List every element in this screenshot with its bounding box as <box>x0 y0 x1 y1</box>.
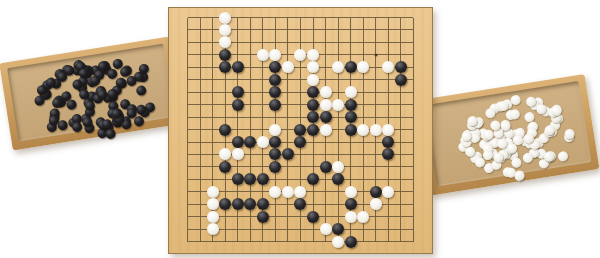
black-stone[interactable] <box>332 223 344 235</box>
white-stone[interactable] <box>307 74 319 86</box>
black-stone[interactable] <box>219 124 231 136</box>
white-stone[interactable] <box>332 99 344 111</box>
white-stone[interactable] <box>269 49 281 61</box>
black-stone[interactable] <box>345 236 357 248</box>
star-point <box>374 53 377 56</box>
black-stone[interactable] <box>345 198 357 210</box>
black-stone[interactable] <box>232 173 244 185</box>
tray-black-stone[interactable] <box>136 85 147 96</box>
white-stone[interactable] <box>345 211 357 223</box>
black-stone[interactable] <box>269 148 281 160</box>
white-stone[interactable] <box>219 36 231 48</box>
tray-black-stone[interactable] <box>105 128 116 139</box>
white-stone[interactable] <box>370 198 382 210</box>
white-stone[interactable] <box>207 198 219 210</box>
grid-line <box>188 216 414 217</box>
grid-line <box>413 18 414 242</box>
white-stone[interactable] <box>294 49 306 61</box>
white-stone[interactable] <box>345 186 357 198</box>
tray-white-stone[interactable] <box>510 94 521 105</box>
black-stone[interactable] <box>219 49 231 61</box>
black-stone[interactable] <box>395 61 407 73</box>
white-stone[interactable] <box>219 24 231 36</box>
white-stone[interactable] <box>320 124 332 136</box>
tray-black-stone[interactable] <box>66 99 77 110</box>
black-stone[interactable] <box>307 99 319 111</box>
white-stone[interactable] <box>357 124 369 136</box>
white-stone[interactable] <box>382 186 394 198</box>
black-stone[interactable] <box>269 74 281 86</box>
white-stone[interactable] <box>320 86 332 98</box>
white-stone[interactable] <box>332 61 344 73</box>
tray-white-stone[interactable] <box>557 151 568 162</box>
grid-line <box>400 18 401 242</box>
white-stone[interactable] <box>294 186 306 198</box>
white-stone[interactable] <box>382 61 394 73</box>
black-stone[interactable] <box>320 161 332 173</box>
black-stone[interactable] <box>244 136 256 148</box>
white-stone[interactable] <box>219 148 231 160</box>
black-stone[interactable] <box>269 136 281 148</box>
white-stone[interactable] <box>370 124 382 136</box>
black-stone[interactable] <box>232 136 244 148</box>
grid-line <box>188 229 414 230</box>
go-set-photo <box>0 0 600 258</box>
white-stone[interactable] <box>219 12 231 24</box>
black-stone[interactable] <box>232 86 244 98</box>
black-stone[interactable] <box>257 173 269 185</box>
black-stone[interactable] <box>269 61 281 73</box>
black-stone[interactable] <box>232 198 244 210</box>
black-stone[interactable] <box>257 198 269 210</box>
white-stone[interactable] <box>257 136 269 148</box>
black-stone[interactable] <box>294 136 306 148</box>
white-stone[interactable] <box>282 61 294 73</box>
black-stone[interactable] <box>320 111 332 123</box>
white-stone[interactable] <box>357 211 369 223</box>
black-stone[interactable] <box>269 86 281 98</box>
black-stone[interactable] <box>332 173 344 185</box>
tray-black-stone[interactable] <box>72 121 83 132</box>
tray-white-stone[interactable] <box>483 129 494 140</box>
white-stone[interactable] <box>332 236 344 248</box>
black-stone[interactable] <box>345 61 357 73</box>
black-stone[interactable] <box>307 211 319 223</box>
white-stone[interactable] <box>307 61 319 73</box>
black-stone[interactable] <box>382 148 394 160</box>
white-stone[interactable] <box>332 161 344 173</box>
black-stone[interactable] <box>370 186 382 198</box>
black-stone[interactable] <box>269 99 281 111</box>
grid-line <box>188 241 414 242</box>
black-stone[interactable] <box>219 61 231 73</box>
white-stone[interactable] <box>345 86 357 98</box>
tray-black-stone[interactable] <box>107 68 118 79</box>
tray-black-stone[interactable] <box>126 75 137 86</box>
black-stone[interactable] <box>345 124 357 136</box>
white-stone[interactable] <box>207 186 219 198</box>
black-stone[interactable] <box>345 111 357 123</box>
black-stone[interactable] <box>232 61 244 73</box>
black-stone[interactable] <box>294 124 306 136</box>
white-stone-tray[interactable] <box>416 74 599 195</box>
black-stone-tray[interactable] <box>0 37 183 151</box>
white-stone[interactable] <box>320 223 332 235</box>
black-stone[interactable] <box>307 173 319 185</box>
white-stone[interactable] <box>382 124 394 136</box>
black-stone[interactable] <box>244 173 256 185</box>
black-stone[interactable] <box>395 74 407 86</box>
white-stone[interactable] <box>269 124 281 136</box>
black-stone[interactable] <box>307 86 319 98</box>
white-stone[interactable] <box>307 49 319 61</box>
black-stone[interactable] <box>232 99 244 111</box>
white-stone[interactable] <box>232 148 244 160</box>
white-stone[interactable] <box>357 61 369 73</box>
grid-line <box>338 18 339 242</box>
black-stone[interactable] <box>307 111 319 123</box>
black-stone[interactable] <box>257 211 269 223</box>
black-stone[interactable] <box>382 136 394 148</box>
black-stone[interactable] <box>282 148 294 160</box>
black-stone[interactable] <box>294 198 306 210</box>
grid-line <box>188 179 414 180</box>
go-board[interactable] <box>168 7 433 254</box>
white-stone[interactable] <box>207 211 219 223</box>
white-stone[interactable] <box>320 99 332 111</box>
tray-white-stone[interactable] <box>510 157 521 168</box>
black-stone[interactable] <box>269 161 281 173</box>
black-stone[interactable] <box>307 124 319 136</box>
black-stone[interactable] <box>219 161 231 173</box>
white-stone[interactable] <box>269 186 281 198</box>
white-stone[interactable] <box>282 186 294 198</box>
black-stone[interactable] <box>244 198 256 210</box>
white-stone[interactable] <box>207 223 219 235</box>
white-stone[interactable] <box>257 49 269 61</box>
black-stone[interactable] <box>345 99 357 111</box>
black-stone[interactable] <box>219 198 231 210</box>
